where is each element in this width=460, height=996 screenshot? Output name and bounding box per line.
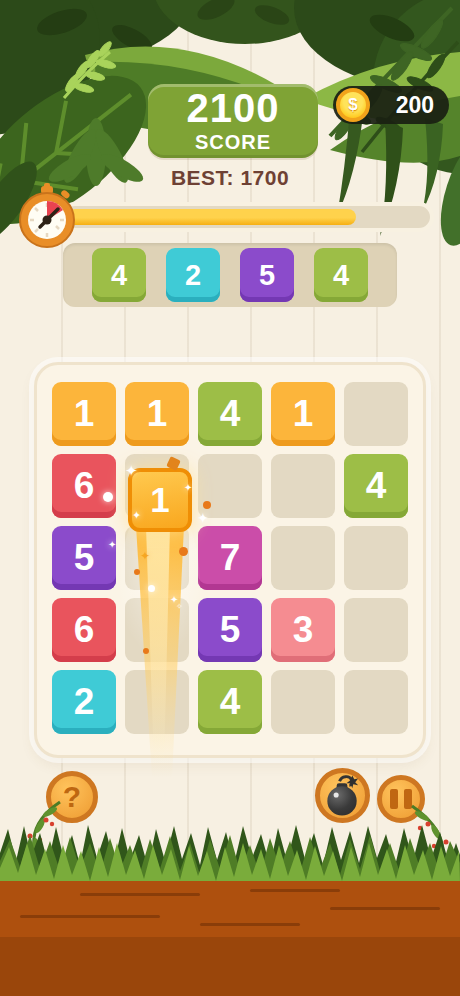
board-tile[interactable]: 7 [198,526,262,590]
board-empty-cell[interactable] [344,526,408,590]
queue-tile: 5 [240,248,294,302]
stopwatch-icon [13,183,81,249]
game-board-grid: 1141645765324 [37,365,423,755]
coin-icon: $ [336,88,370,122]
board-tile[interactable]: 1 [52,382,116,446]
board-tile[interactable]: 5 [198,598,262,662]
bomb-button[interactable] [315,768,370,823]
board-empty-cell[interactable] [344,382,408,446]
game-screen: 2100 SCORE $ 200 BEST: 1700 4254 1141645… [0,0,460,996]
board-empty-cell[interactable] [344,670,408,734]
dot-particle [143,648,149,654]
board-tile[interactable]: 6 [52,598,116,662]
sparkle-particle: ✦ [197,511,209,525]
board-empty-cell[interactable] [271,526,335,590]
board-tile[interactable]: 3 [271,598,335,662]
game-board: 1141645765324 [34,362,426,758]
score-label: SCORE [195,131,271,154]
bomb-icon [320,773,365,819]
coin-badge[interactable]: $ 200 [333,86,449,124]
board-tile[interactable]: 1 [125,382,189,446]
wood-floor-base [0,937,460,996]
wood-floor-plank [0,881,460,937]
board-tile[interactable]: 4 [344,454,408,518]
board-empty-cell[interactable] [344,598,408,662]
board-tile[interactable]: 1 [271,382,335,446]
sparkle-particle: ✧ [176,603,183,611]
board-tile[interactable]: 5 [52,526,116,590]
sparkle-particle: ✦ [108,540,116,550]
board-tile[interactable]: 6 [52,454,116,518]
dot-particle [148,585,155,592]
score-value: 2100 [187,88,280,128]
queue-tile: 4 [92,248,146,302]
queue-tile: 2 [166,248,220,302]
falling-trail-effect [118,526,202,794]
board-empty-cell[interactable] [271,670,335,734]
dot-particle [103,492,113,502]
coin-amount: 200 [396,86,434,124]
queue-tile: 4 [314,248,368,302]
next-tiles-tray: 4254 [63,243,397,307]
grass-decoration [0,823,460,883]
sparkle-particle: ✦ [125,464,138,479]
dot-particle [203,501,211,509]
sparkle-particle: ✦ [184,483,192,493]
score-panel: 2100 SCORE [148,84,318,158]
pause-bar [390,789,398,809]
dot-particle [134,569,140,575]
board-tile[interactable]: 4 [198,382,262,446]
timer-progress-fill [67,209,356,225]
board-tile[interactable]: 4 [198,670,262,734]
board-tile[interactable]: 2 [52,670,116,734]
sparkle-particle: ✦ [140,550,150,562]
board-empty-cell[interactable] [271,454,335,518]
dot-particle [179,547,188,556]
timer-progress-bar [60,202,434,232]
sparkle-particle: ✦ [132,510,141,521]
